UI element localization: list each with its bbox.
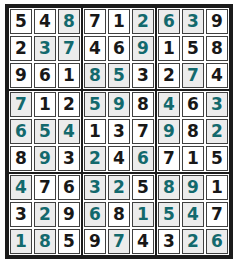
box-r2c3: 463982715 bbox=[156, 90, 230, 173]
box-r1c2: 712469853 bbox=[82, 7, 156, 90]
cell-r6c3[interactable]: 3 bbox=[58, 146, 80, 171]
cell-r5c7[interactable]: 9 bbox=[158, 119, 180, 144]
cell-r7c4[interactable]: 3 bbox=[84, 175, 106, 200]
cell-r6c4[interactable]: 2 bbox=[84, 146, 106, 171]
cell-r9c6[interactable]: 4 bbox=[132, 229, 154, 254]
cell-r1c2[interactable]: 4 bbox=[34, 9, 56, 34]
cell-r2c3[interactable]: 7 bbox=[58, 36, 80, 61]
cell-r4c8[interactable]: 6 bbox=[182, 92, 204, 117]
cell-r7c9[interactable]: 1 bbox=[206, 175, 228, 200]
cell-r4c3[interactable]: 2 bbox=[58, 92, 80, 117]
cell-r3c5[interactable]: 5 bbox=[108, 63, 130, 88]
cell-r4c2[interactable]: 1 bbox=[34, 92, 56, 117]
cell-r5c6[interactable]: 7 bbox=[132, 119, 154, 144]
cell-r5c2[interactable]: 5 bbox=[34, 119, 56, 144]
cell-r7c6[interactable]: 5 bbox=[132, 175, 154, 200]
cell-r6c9[interactable]: 5 bbox=[206, 146, 228, 171]
cell-r8c5[interactable]: 8 bbox=[108, 202, 130, 227]
cell-r9c4[interactable]: 9 bbox=[84, 229, 106, 254]
box-r3c1: 476329185 bbox=[8, 173, 82, 256]
cell-r3c2[interactable]: 6 bbox=[34, 63, 56, 88]
cell-r8c6[interactable]: 1 bbox=[132, 202, 154, 227]
cell-r2c6[interactable]: 9 bbox=[132, 36, 154, 61]
cell-r7c8[interactable]: 9 bbox=[182, 175, 204, 200]
cell-r4c6[interactable]: 8 bbox=[132, 92, 154, 117]
cell-r1c3[interactable]: 8 bbox=[58, 9, 80, 34]
cell-r9c5[interactable]: 7 bbox=[108, 229, 130, 254]
cell-r2c5[interactable]: 6 bbox=[108, 36, 130, 61]
cell-r1c6[interactable]: 2 bbox=[132, 9, 154, 34]
cell-r5c1[interactable]: 6 bbox=[10, 119, 32, 144]
cell-r2c4[interactable]: 4 bbox=[84, 36, 106, 61]
cell-r1c9[interactable]: 9 bbox=[206, 9, 228, 34]
cell-r5c5[interactable]: 3 bbox=[108, 119, 130, 144]
cell-r2c1[interactable]: 2 bbox=[10, 36, 32, 61]
cell-r3c9[interactable]: 4 bbox=[206, 63, 228, 88]
cell-r1c7[interactable]: 6 bbox=[158, 9, 180, 34]
cell-r9c8[interactable]: 2 bbox=[182, 229, 204, 254]
sudoku-board-wrap: 5482379617124698536391582747126548935981… bbox=[0, 0, 238, 263]
cell-r6c8[interactable]: 1 bbox=[182, 146, 204, 171]
cell-r6c1[interactable]: 8 bbox=[10, 146, 32, 171]
cell-r3c8[interactable]: 7 bbox=[182, 63, 204, 88]
cell-r8c1[interactable]: 3 bbox=[10, 202, 32, 227]
cell-r6c7[interactable]: 7 bbox=[158, 146, 180, 171]
cell-r5c3[interactable]: 4 bbox=[58, 119, 80, 144]
cell-r4c4[interactable]: 5 bbox=[84, 92, 106, 117]
cell-r7c2[interactable]: 7 bbox=[34, 175, 56, 200]
cell-r7c3[interactable]: 6 bbox=[58, 175, 80, 200]
cell-r8c8[interactable]: 4 bbox=[182, 202, 204, 227]
cell-r9c7[interactable]: 3 bbox=[158, 229, 180, 254]
cell-r3c3[interactable]: 1 bbox=[58, 63, 80, 88]
cell-r7c1[interactable]: 4 bbox=[10, 175, 32, 200]
cell-r1c5[interactable]: 1 bbox=[108, 9, 130, 34]
cell-r2c2[interactable]: 3 bbox=[34, 36, 56, 61]
cell-r9c3[interactable]: 5 bbox=[58, 229, 80, 254]
cell-r9c9[interactable]: 6 bbox=[206, 229, 228, 254]
box-r3c2: 325681974 bbox=[82, 173, 156, 256]
cell-r1c8[interactable]: 3 bbox=[182, 9, 204, 34]
cell-r5c8[interactable]: 8 bbox=[182, 119, 204, 144]
box-r3c3: 891547326 bbox=[156, 173, 230, 256]
cell-r4c7[interactable]: 4 bbox=[158, 92, 180, 117]
cell-r8c9[interactable]: 7 bbox=[206, 202, 228, 227]
cell-r5c9[interactable]: 2 bbox=[206, 119, 228, 144]
cell-r5c4[interactable]: 1 bbox=[84, 119, 106, 144]
cell-r6c5[interactable]: 4 bbox=[108, 146, 130, 171]
cell-r4c9[interactable]: 3 bbox=[206, 92, 228, 117]
cell-r2c9[interactable]: 8 bbox=[206, 36, 228, 61]
cell-r7c7[interactable]: 8 bbox=[158, 175, 180, 200]
cell-r8c4[interactable]: 6 bbox=[84, 202, 106, 227]
box-r2c1: 712654893 bbox=[8, 90, 82, 173]
cell-r3c7[interactable]: 2 bbox=[158, 63, 180, 88]
cell-r8c7[interactable]: 5 bbox=[158, 202, 180, 227]
cell-r7c5[interactable]: 2 bbox=[108, 175, 130, 200]
cell-r1c1[interactable]: 5 bbox=[10, 9, 32, 34]
box-r1c3: 639158274 bbox=[156, 7, 230, 90]
cell-r8c2[interactable]: 2 bbox=[34, 202, 56, 227]
cell-r6c2[interactable]: 9 bbox=[34, 146, 56, 171]
cell-r1c4[interactable]: 7 bbox=[84, 9, 106, 34]
cell-r8c3[interactable]: 9 bbox=[58, 202, 80, 227]
box-r1c1: 548237961 bbox=[8, 7, 82, 90]
cell-r2c7[interactable]: 1 bbox=[158, 36, 180, 61]
cell-r6c6[interactable]: 6 bbox=[132, 146, 154, 171]
sudoku-board: 5482379617124698536391582747126548935981… bbox=[5, 4, 233, 259]
cell-r9c1[interactable]: 1 bbox=[10, 229, 32, 254]
cell-r4c5[interactable]: 9 bbox=[108, 92, 130, 117]
box-r2c2: 598137246 bbox=[82, 90, 156, 173]
cell-r3c6[interactable]: 3 bbox=[132, 63, 154, 88]
cell-r4c1[interactable]: 7 bbox=[10, 92, 32, 117]
cell-r3c4[interactable]: 8 bbox=[84, 63, 106, 88]
cell-r3c1[interactable]: 9 bbox=[10, 63, 32, 88]
cell-r9c2[interactable]: 8 bbox=[34, 229, 56, 254]
cell-r2c8[interactable]: 5 bbox=[182, 36, 204, 61]
